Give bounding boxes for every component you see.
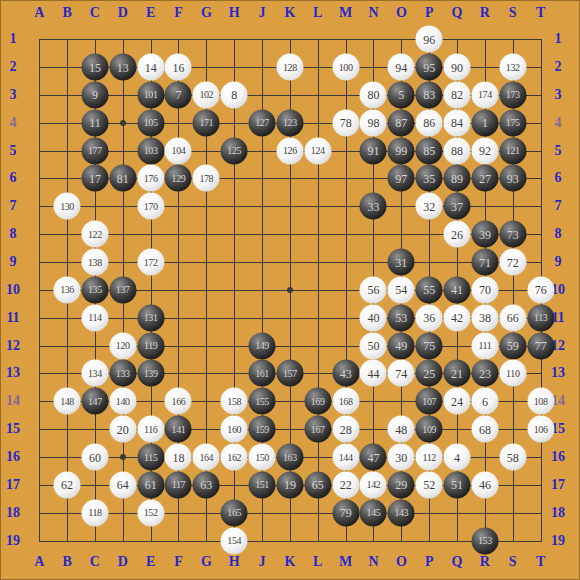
coord-label-row-7: 7 <box>10 199 17 213</box>
coord-label-col-O: O <box>396 6 407 20</box>
white-stone-D17[interactable]: 64 <box>109 471 136 498</box>
move-number: 171 <box>199 118 213 128</box>
black-stone-L14[interactable]: 169 <box>304 388 331 415</box>
white-stone-R12[interactable]: 111 <box>471 332 498 359</box>
coord-label-col-B: B <box>62 6 71 20</box>
white-stone-E6[interactable]: 176 <box>137 165 164 192</box>
white-stone-M4[interactable]: 78 <box>332 109 359 136</box>
white-stone-Q8[interactable]: 26 <box>444 221 471 248</box>
white-stone-E7[interactable]: 170 <box>137 193 164 220</box>
white-stone-R15[interactable]: 68 <box>471 416 498 443</box>
move-number: 145 <box>367 508 381 518</box>
coord-label-col-N: N <box>368 555 378 569</box>
black-stone-J15[interactable]: 159 <box>249 416 276 443</box>
move-number: 79 <box>340 507 352 519</box>
white-stone-E2[interactable]: 14 <box>137 54 164 81</box>
move-number: 148 <box>60 396 74 406</box>
white-stone-R5[interactable]: 92 <box>471 137 498 164</box>
white-stone-C8[interactable]: 122 <box>81 221 108 248</box>
move-number: 123 <box>283 118 297 128</box>
black-stone-D10[interactable]: 137 <box>109 276 136 303</box>
black-stone-E17[interactable]: 61 <box>137 471 164 498</box>
move-number: 97 <box>395 172 407 184</box>
move-number: 66 <box>507 312 519 324</box>
coord-label-col-G: G <box>201 6 212 20</box>
black-stone-S12[interactable]: 59 <box>499 332 526 359</box>
coord-label-col-Q: Q <box>452 555 463 569</box>
move-number: 84 <box>451 117 463 129</box>
move-number: 35 <box>423 172 435 184</box>
black-stone-F17[interactable]: 117 <box>165 471 192 498</box>
move-number: 50 <box>367 340 379 352</box>
coord-label-row-6: 6 <box>10 171 17 185</box>
coord-label-col-K: K <box>284 6 295 20</box>
move-number: 150 <box>255 452 269 462</box>
black-stone-Q17[interactable]: 51 <box>444 471 471 498</box>
move-number: 153 <box>478 536 492 546</box>
black-stone-S3[interactable]: 173 <box>499 81 526 108</box>
white-stone-F5[interactable]: 104 <box>165 137 192 164</box>
coord-label-col-E: E <box>146 555 155 569</box>
move-number: 74 <box>395 367 407 379</box>
white-stone-P7[interactable]: 32 <box>416 193 443 220</box>
coord-label-row-14: 14 <box>6 394 20 408</box>
white-stone-R10[interactable]: 70 <box>471 276 498 303</box>
white-stone-E9[interactable]: 172 <box>137 249 164 276</box>
black-stone-J14[interactable]: 155 <box>249 388 276 415</box>
move-number: 129 <box>172 173 186 183</box>
move-number: 54 <box>395 284 407 296</box>
move-number: 147 <box>88 396 102 406</box>
black-stone-J12[interactable]: 149 <box>249 332 276 359</box>
black-stone-K4[interactable]: 123 <box>276 109 303 136</box>
move-number: 27 <box>479 172 491 184</box>
move-number: 151 <box>255 480 269 490</box>
move-number: 24 <box>451 395 463 407</box>
black-stone-K16[interactable]: 163 <box>276 444 303 471</box>
move-number: 14 <box>145 61 157 73</box>
white-stone-S16[interactable]: 58 <box>499 444 526 471</box>
black-stone-O12[interactable]: 49 <box>388 332 415 359</box>
move-number: 37 <box>451 200 463 212</box>
white-stone-H3[interactable]: 8 <box>221 81 248 108</box>
move-number: 15 <box>89 61 101 73</box>
coord-label-row-1: 1 <box>555 32 562 46</box>
black-stone-D13[interactable]: 133 <box>109 360 136 387</box>
white-stone-N3[interactable]: 80 <box>360 81 387 108</box>
move-number: 55 <box>423 284 435 296</box>
move-number: 33 <box>367 200 379 212</box>
white-stone-B14[interactable]: 148 <box>54 388 81 415</box>
coord-label-row-12: 12 <box>6 339 20 353</box>
white-stone-N13[interactable]: 44 <box>360 360 387 387</box>
black-stone-O11[interactable]: 53 <box>388 304 415 331</box>
move-number: 112 <box>422 452 435 462</box>
move-number: 49 <box>395 340 407 352</box>
white-stone-C16[interactable]: 60 <box>81 444 108 471</box>
white-stone-K5[interactable]: 126 <box>276 137 303 164</box>
coord-label-row-8: 8 <box>10 227 17 241</box>
black-stone-G17[interactable]: 63 <box>193 471 220 498</box>
black-stone-N5[interactable]: 91 <box>360 137 387 164</box>
move-number: 48 <box>395 423 407 435</box>
move-number: 47 <box>367 451 379 463</box>
move-number: 127 <box>255 118 269 128</box>
white-stone-M16[interactable]: 144 <box>332 444 359 471</box>
move-number: 99 <box>395 145 407 157</box>
move-number: 162 <box>227 452 241 462</box>
black-stone-F15[interactable]: 141 <box>165 416 192 443</box>
black-stone-D2[interactable]: 13 <box>109 54 136 81</box>
white-stone-G6[interactable]: 178 <box>193 165 220 192</box>
move-number: 125 <box>227 146 241 156</box>
move-number: 76 <box>535 284 547 296</box>
coord-label-col-R: R <box>480 555 490 569</box>
move-number: 13 <box>117 61 129 73</box>
move-number: 17 <box>89 172 101 184</box>
white-stone-H15[interactable]: 160 <box>221 416 248 443</box>
white-stone-F14[interactable]: 166 <box>165 388 192 415</box>
move-number: 117 <box>172 480 185 490</box>
white-stone-G16[interactable]: 164 <box>193 444 220 471</box>
white-stone-R14[interactable]: 6 <box>471 388 498 415</box>
black-stone-C6[interactable]: 17 <box>81 165 108 192</box>
move-number: 170 <box>144 201 158 211</box>
black-stone-P6[interactable]: 35 <box>416 165 443 192</box>
white-stone-L5[interactable]: 124 <box>304 137 331 164</box>
move-number: 75 <box>423 340 435 352</box>
grid-line-horizontal <box>39 513 541 514</box>
black-stone-N16[interactable]: 47 <box>360 444 387 471</box>
move-number: 36 <box>423 312 435 324</box>
white-stone-G3[interactable]: 102 <box>193 81 220 108</box>
black-stone-C10[interactable]: 135 <box>81 276 108 303</box>
white-stone-B7[interactable]: 130 <box>54 193 81 220</box>
white-stone-Q16[interactable]: 4 <box>444 444 471 471</box>
move-number: 107 <box>422 396 436 406</box>
white-stone-M17[interactable]: 22 <box>332 471 359 498</box>
black-stone-E16[interactable]: 115 <box>137 444 164 471</box>
coord-label-col-M: M <box>339 555 352 569</box>
black-stone-L17[interactable]: 65 <box>304 471 331 498</box>
move-number: 59 <box>507 340 519 352</box>
white-stone-S2[interactable]: 132 <box>499 54 526 81</box>
black-stone-E4[interactable]: 105 <box>137 109 164 136</box>
move-number: 163 <box>283 452 297 462</box>
black-stone-O3[interactable]: 5 <box>388 81 415 108</box>
white-stone-J16[interactable]: 150 <box>249 444 276 471</box>
move-number: 87 <box>395 117 407 129</box>
white-stone-B17[interactable]: 62 <box>54 471 81 498</box>
move-number: 113 <box>534 313 547 323</box>
coord-label-row-5: 5 <box>10 144 17 158</box>
move-number: 51 <box>451 479 463 491</box>
coord-label-row-8: 8 <box>555 227 562 241</box>
black-stone-O9[interactable]: 31 <box>388 249 415 276</box>
black-stone-E3[interactable]: 101 <box>137 81 164 108</box>
white-stone-H19[interactable]: 154 <box>221 527 248 554</box>
white-stone-P1[interactable]: 96 <box>416 26 443 53</box>
black-stone-R8[interactable]: 39 <box>471 221 498 248</box>
move-number: 53 <box>395 312 407 324</box>
coord-label-col-Q: Q <box>452 6 463 20</box>
coord-label-col-H: H <box>229 6 240 20</box>
black-stone-T12[interactable]: 77 <box>527 332 554 359</box>
coord-label-col-A: A <box>34 6 44 20</box>
black-stone-S5[interactable]: 121 <box>499 137 526 164</box>
move-number: 98 <box>367 117 379 129</box>
black-stone-C14[interactable]: 147 <box>81 388 108 415</box>
black-stone-C3[interactable]: 9 <box>81 81 108 108</box>
move-number: 68 <box>479 423 491 435</box>
coord-label-row-17: 17 <box>551 478 565 492</box>
black-stone-O5[interactable]: 99 <box>388 137 415 164</box>
move-number: 4 <box>454 451 460 463</box>
black-stone-R13[interactable]: 23 <box>471 360 498 387</box>
move-number: 96 <box>423 33 435 45</box>
white-stone-Q14[interactable]: 24 <box>444 388 471 415</box>
black-stone-K17[interactable]: 19 <box>276 471 303 498</box>
white-stone-M14[interactable]: 168 <box>332 388 359 415</box>
move-number: 168 <box>339 396 353 406</box>
move-number: 38 <box>479 312 491 324</box>
white-stone-N4[interactable]: 98 <box>360 109 387 136</box>
move-number: 126 <box>283 146 297 156</box>
move-number: 95 <box>423 61 435 73</box>
coord-label-row-11: 11 <box>6 311 19 325</box>
move-number: 86 <box>423 117 435 129</box>
white-stone-M2[interactable]: 100 <box>332 54 359 81</box>
white-stone-S11[interactable]: 66 <box>499 304 526 331</box>
move-number: 65 <box>312 479 324 491</box>
grid-line-vertical <box>318 39 319 541</box>
black-stone-C4[interactable]: 11 <box>81 109 108 136</box>
coord-label-row-17: 17 <box>6 478 20 492</box>
white-stone-C11[interactable]: 114 <box>81 304 108 331</box>
white-stone-T15[interactable]: 106 <box>527 416 554 443</box>
black-stone-E12[interactable]: 119 <box>137 332 164 359</box>
white-stone-H14[interactable]: 158 <box>221 388 248 415</box>
move-number: 93 <box>507 172 519 184</box>
black-stone-P12[interactable]: 75 <box>416 332 443 359</box>
coord-label-col-L: L <box>313 6 322 20</box>
move-number: 141 <box>172 424 186 434</box>
black-stone-M18[interactable]: 79 <box>332 499 359 526</box>
black-stone-T11[interactable]: 113 <box>527 304 554 331</box>
move-number: 122 <box>88 229 102 239</box>
black-stone-P13[interactable]: 25 <box>416 360 443 387</box>
black-stone-J17[interactable]: 151 <box>249 471 276 498</box>
coord-label-col-L: L <box>313 555 322 569</box>
move-number: 115 <box>144 452 157 462</box>
white-stone-P4[interactable]: 86 <box>416 109 443 136</box>
black-stone-D6[interactable]: 81 <box>109 165 136 192</box>
move-number: 160 <box>227 424 241 434</box>
black-stone-S4[interactable]: 175 <box>499 109 526 136</box>
move-number: 144 <box>339 452 353 462</box>
coord-label-row-19: 19 <box>551 534 565 548</box>
move-number: 104 <box>172 146 186 156</box>
move-number: 120 <box>116 341 130 351</box>
white-stone-Q3[interactable]: 82 <box>444 81 471 108</box>
black-stone-P2[interactable]: 95 <box>416 54 443 81</box>
black-stone-P15[interactable]: 109 <box>416 416 443 443</box>
black-stone-M13[interactable]: 43 <box>332 360 359 387</box>
white-stone-M15[interactable]: 28 <box>332 416 359 443</box>
white-stone-P11[interactable]: 36 <box>416 304 443 331</box>
white-stone-E18[interactable]: 152 <box>137 499 164 526</box>
white-stone-R17[interactable]: 46 <box>471 471 498 498</box>
move-number: 21 <box>451 367 463 379</box>
move-number: 132 <box>506 62 520 72</box>
white-stone-D15[interactable]: 20 <box>109 416 136 443</box>
coord-label-row-1: 1 <box>10 32 17 46</box>
coord-label-col-D: D <box>118 555 128 569</box>
coord-label-row-16: 16 <box>551 450 565 464</box>
black-stone-N7[interactable]: 33 <box>360 193 387 220</box>
black-stone-E5[interactable]: 103 <box>137 137 164 164</box>
white-stone-P17[interactable]: 52 <box>416 471 443 498</box>
move-number: 130 <box>60 201 74 211</box>
white-stone-O16[interactable]: 30 <box>388 444 415 471</box>
black-stone-E11[interactable]: 131 <box>137 304 164 331</box>
move-number: 166 <box>172 396 186 406</box>
white-stone-N11[interactable]: 40 <box>360 304 387 331</box>
move-number: 165 <box>227 508 241 518</box>
move-number: 90 <box>451 61 463 73</box>
white-stone-K2[interactable]: 128 <box>276 54 303 81</box>
white-stone-F2[interactable]: 16 <box>165 54 192 81</box>
white-stone-T14[interactable]: 108 <box>527 388 554 415</box>
black-stone-S6[interactable]: 93 <box>499 165 526 192</box>
black-stone-J13[interactable]: 161 <box>249 360 276 387</box>
black-stone-J4[interactable]: 127 <box>249 109 276 136</box>
white-stone-N12[interactable]: 50 <box>360 332 387 359</box>
move-number: 43 <box>340 367 352 379</box>
black-stone-R19[interactable]: 153 <box>471 527 498 554</box>
black-stone-F3[interactable]: 7 <box>165 81 192 108</box>
move-number: 94 <box>395 61 407 73</box>
move-number: 152 <box>144 508 158 518</box>
black-stone-C2[interactable]: 15 <box>81 54 108 81</box>
move-number: 116 <box>144 424 157 434</box>
white-stone-Q11[interactable]: 42 <box>444 304 471 331</box>
black-stone-H5[interactable]: 125 <box>221 137 248 164</box>
move-number: 105 <box>144 118 158 128</box>
goban[interactable]: AABBCCDDEEFFGGHHJJKKLLMMNNOOPPQQRRSSTT11… <box>0 0 580 580</box>
black-stone-R9[interactable]: 71 <box>471 249 498 276</box>
black-stone-O4[interactable]: 87 <box>388 109 415 136</box>
star-point-D16 <box>120 454 126 460</box>
move-number: 41 <box>451 284 463 296</box>
coord-label-row-18: 18 <box>6 506 20 520</box>
black-stone-P10[interactable]: 55 <box>416 276 443 303</box>
black-stone-N18[interactable]: 145 <box>360 499 387 526</box>
black-stone-E13[interactable]: 139 <box>137 360 164 387</box>
white-stone-E15[interactable]: 116 <box>137 416 164 443</box>
black-stone-S8[interactable]: 73 <box>499 221 526 248</box>
black-stone-O6[interactable]: 97 <box>388 165 415 192</box>
white-stone-D12[interactable]: 120 <box>109 332 136 359</box>
black-stone-F6[interactable]: 129 <box>165 165 192 192</box>
move-number: 103 <box>144 146 158 156</box>
move-number: 121 <box>506 146 520 156</box>
move-number: 135 <box>88 285 102 295</box>
move-number: 52 <box>423 479 435 491</box>
white-stone-T10[interactable]: 76 <box>527 276 554 303</box>
coord-label-col-T: T <box>536 6 545 20</box>
white-stone-C18[interactable]: 118 <box>81 499 108 526</box>
white-stone-Q4[interactable]: 84 <box>444 109 471 136</box>
white-stone-N17[interactable]: 142 <box>360 471 387 498</box>
white-stone-H16[interactable]: 162 <box>221 444 248 471</box>
black-stone-H18[interactable]: 165 <box>221 499 248 526</box>
black-stone-Q6[interactable]: 89 <box>444 165 471 192</box>
white-stone-D14[interactable]: 140 <box>109 388 136 415</box>
move-number: 7 <box>175 89 181 101</box>
white-stone-S9[interactable]: 72 <box>499 249 526 276</box>
black-stone-R6[interactable]: 27 <box>471 165 498 192</box>
move-number: 22 <box>340 479 352 491</box>
move-number: 175 <box>506 118 520 128</box>
black-stone-R4[interactable]: 1 <box>471 109 498 136</box>
black-stone-P14[interactable]: 107 <box>416 388 443 415</box>
black-stone-P3[interactable]: 83 <box>416 81 443 108</box>
white-stone-F16[interactable]: 18 <box>165 444 192 471</box>
black-stone-Q7[interactable]: 37 <box>444 193 471 220</box>
white-stone-Q5[interactable]: 88 <box>444 137 471 164</box>
white-stone-O10[interactable]: 54 <box>388 276 415 303</box>
move-number: 64 <box>117 479 129 491</box>
white-stone-O2[interactable]: 94 <box>388 54 415 81</box>
black-stone-G4[interactable]: 171 <box>193 109 220 136</box>
black-stone-P5[interactable]: 85 <box>416 137 443 164</box>
black-stone-Q10[interactable]: 41 <box>444 276 471 303</box>
move-number: 58 <box>507 451 519 463</box>
star-point-D4 <box>120 120 126 126</box>
move-number: 63 <box>200 479 212 491</box>
move-number: 19 <box>284 479 296 491</box>
move-number: 23 <box>479 367 491 379</box>
black-stone-O18[interactable]: 143 <box>388 499 415 526</box>
coord-label-row-6: 6 <box>555 171 562 185</box>
black-stone-C5[interactable]: 177 <box>81 137 108 164</box>
coord-label-row-2: 2 <box>10 60 17 74</box>
move-number: 118 <box>88 508 101 518</box>
white-stone-P16[interactable]: 112 <box>416 444 443 471</box>
white-stone-Q2[interactable]: 90 <box>444 54 471 81</box>
black-stone-K13[interactable]: 157 <box>276 360 303 387</box>
white-stone-O15[interactable]: 48 <box>388 416 415 443</box>
white-stone-S13[interactable]: 110 <box>499 360 526 387</box>
white-stone-N10[interactable]: 56 <box>360 276 387 303</box>
black-stone-Q13[interactable]: 21 <box>444 360 471 387</box>
black-stone-L15[interactable]: 167 <box>304 416 331 443</box>
white-stone-C9[interactable]: 138 <box>81 249 108 276</box>
coord-label-col-A: A <box>34 555 44 569</box>
white-stone-C13[interactable]: 134 <box>81 360 108 387</box>
white-stone-B10[interactable]: 136 <box>54 276 81 303</box>
move-number: 44 <box>367 367 379 379</box>
coord-label-row-4: 4 <box>10 116 17 130</box>
black-stone-O17[interactable]: 29 <box>388 471 415 498</box>
move-number: 100 <box>339 62 353 72</box>
move-number: 114 <box>88 313 101 323</box>
white-stone-O13[interactable]: 74 <box>388 360 415 387</box>
move-number: 106 <box>534 424 548 434</box>
white-stone-R3[interactable]: 174 <box>471 81 498 108</box>
white-stone-R11[interactable]: 38 <box>471 304 498 331</box>
